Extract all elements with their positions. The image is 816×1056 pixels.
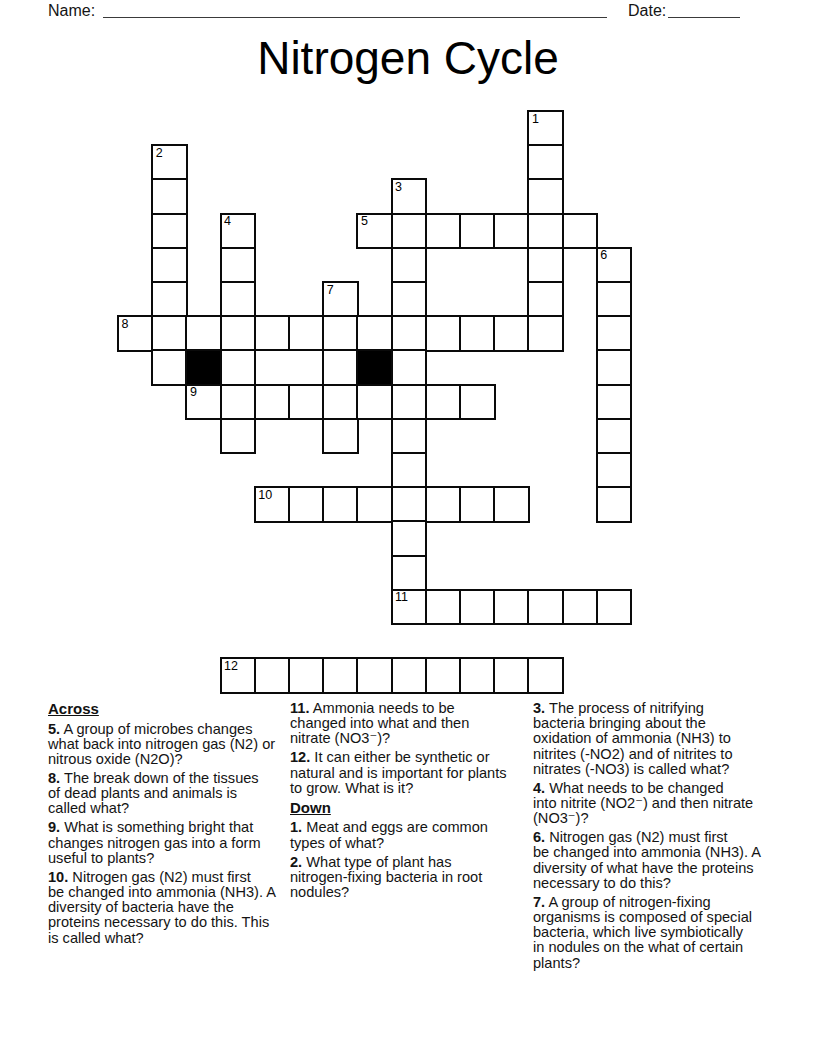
worksheet-page: Name: Date: Nitrogen Cycle 1234567891011… bbox=[0, 0, 816, 1056]
clue-number: 6 bbox=[600, 249, 607, 262]
grid-cell[interactable] bbox=[527, 247, 564, 284]
clue-text: The process of nitrifying bacteria bring… bbox=[533, 700, 733, 777]
grid-cell[interactable] bbox=[151, 213, 188, 250]
clue-text: A group of microbes changes what back in… bbox=[48, 721, 275, 767]
grid-cell[interactable] bbox=[527, 315, 564, 352]
grid-cell[interactable] bbox=[151, 247, 188, 284]
grid-cell[interactable] bbox=[151, 315, 188, 352]
grid-cell[interactable] bbox=[425, 486, 462, 523]
grid-cell[interactable]: 3 bbox=[391, 178, 428, 215]
clue-number-label: 12. bbox=[290, 749, 310, 765]
clue-number-label: 3. bbox=[533, 700, 545, 716]
date-input-line[interactable] bbox=[668, 17, 740, 18]
grid-cell[interactable] bbox=[391, 555, 428, 592]
clue-text: The break down of the tissues of dead pl… bbox=[48, 770, 259, 816]
clue-number: 2 bbox=[156, 147, 163, 160]
grid-cell-black bbox=[356, 349, 393, 386]
clue-a9: 9. What is something bright that changes… bbox=[48, 820, 294, 866]
grid-cell[interactable] bbox=[459, 213, 496, 250]
clues-column-3: 3. The process of nitrifying bacteria br… bbox=[533, 701, 779, 975]
clue-number: 1 bbox=[532, 113, 539, 126]
grid-cell[interactable] bbox=[425, 589, 462, 626]
clue-a12: 12. It can either be synthetic or natura… bbox=[290, 750, 536, 796]
grid-cell[interactable]: 12 bbox=[220, 657, 257, 694]
grid-cell[interactable] bbox=[459, 384, 496, 421]
grid-cell-black bbox=[185, 349, 222, 386]
clue-text: What type of plant has nitrogen-fixing b… bbox=[290, 854, 482, 900]
grid-cell[interactable] bbox=[220, 349, 257, 386]
grid-cell[interactable] bbox=[220, 315, 257, 352]
grid-cell[interactable] bbox=[254, 315, 291, 352]
clue-number: 12 bbox=[224, 660, 238, 673]
across-header: Across bbox=[48, 701, 294, 717]
grid-cell[interactable] bbox=[322, 315, 359, 352]
grid-cell[interactable] bbox=[288, 657, 325, 694]
grid-cell[interactable] bbox=[322, 657, 359, 694]
clue-text: Meat and eggs are common types of what? bbox=[290, 819, 488, 850]
clue-text: It can either be synthetic or natural an… bbox=[290, 749, 507, 795]
grid-cell[interactable] bbox=[562, 213, 599, 250]
grid-cell[interactable] bbox=[459, 589, 496, 626]
grid-cell[interactable]: 9 bbox=[185, 384, 222, 421]
grid-cell[interactable] bbox=[288, 486, 325, 523]
grid-cell[interactable]: 1 bbox=[527, 110, 564, 147]
grid-cell[interactable] bbox=[596, 315, 633, 352]
grid-cell[interactable] bbox=[527, 178, 564, 215]
grid-cell[interactable]: 5 bbox=[356, 213, 393, 250]
grid-cell[interactable] bbox=[151, 178, 188, 215]
clue-number-label: 8. bbox=[48, 770, 60, 786]
grid-cell[interactable] bbox=[391, 315, 428, 352]
grid-cell[interactable] bbox=[596, 452, 633, 489]
grid-cell[interactable]: 4 bbox=[220, 213, 257, 250]
grid-cell[interactable]: 2 bbox=[151, 144, 188, 181]
clue-d3: 3. The process of nitrifying bacteria br… bbox=[533, 701, 779, 777]
grid-cell[interactable] bbox=[562, 589, 599, 626]
grid-cell[interactable] bbox=[391, 281, 428, 318]
grid-cell[interactable] bbox=[391, 657, 428, 694]
grid-cell[interactable] bbox=[459, 315, 496, 352]
clue-d4: 4. What needs to be changed into nitrite… bbox=[533, 781, 779, 827]
grid-cell[interactable] bbox=[391, 349, 428, 386]
grid-cell[interactable] bbox=[596, 281, 633, 318]
grid-cell[interactable] bbox=[391, 384, 428, 421]
grid-cell[interactable] bbox=[391, 247, 428, 284]
grid-cell[interactable] bbox=[425, 213, 462, 250]
grid-cell[interactable] bbox=[185, 315, 222, 352]
grid-cell[interactable] bbox=[151, 349, 188, 386]
grid-cell[interactable] bbox=[459, 657, 496, 694]
grid-cell[interactable] bbox=[254, 657, 291, 694]
clue-d1: 1. Meat and eggs are common types of wha… bbox=[290, 820, 536, 850]
grid-cell[interactable] bbox=[493, 589, 530, 626]
grid-cell[interactable] bbox=[527, 213, 564, 250]
clue-d7: 7. A group of nitrogen-fixing organisms … bbox=[533, 895, 779, 971]
clue-number: 10 bbox=[258, 489, 272, 502]
grid-cell[interactable] bbox=[527, 281, 564, 318]
clue-number-label: 7. bbox=[533, 894, 545, 910]
clues-column-2: 11. Ammonia needs to be changed into wha… bbox=[290, 701, 536, 904]
clue-a5: 5. A group of microbes changes what back… bbox=[48, 722, 294, 768]
clue-number: 3 bbox=[395, 181, 402, 194]
grid-cell[interactable]: 6 bbox=[596, 247, 633, 284]
clue-number-label: 9. bbox=[48, 819, 60, 835]
clue-d6: 6. Nitrogen gas (N2) must first be chang… bbox=[533, 830, 779, 891]
clue-text: What is something bright that changes ni… bbox=[48, 819, 261, 865]
down-header: Down bbox=[290, 800, 536, 816]
grid-cell[interactable]: 11 bbox=[391, 589, 428, 626]
clues-column-1: Across5. A group of microbes changes wha… bbox=[48, 701, 294, 950]
grid-cell[interactable] bbox=[391, 452, 428, 489]
grid-cell[interactable] bbox=[527, 144, 564, 181]
grid-cell[interactable] bbox=[220, 418, 257, 455]
grid-cell[interactable] bbox=[459, 486, 496, 523]
grid-cell[interactable] bbox=[391, 520, 428, 557]
grid-cell[interactable] bbox=[493, 657, 530, 694]
grid-cell[interactable] bbox=[425, 315, 462, 352]
puzzle-title: Nitrogen Cycle bbox=[0, 31, 816, 85]
clue-d2: 2. What type of plant has nitrogen-fixin… bbox=[290, 855, 536, 901]
grid-cell[interactable] bbox=[527, 589, 564, 626]
grid-cell[interactable]: 8 bbox=[117, 315, 154, 352]
grid-cell[interactable] bbox=[493, 486, 530, 523]
grid-cell[interactable] bbox=[425, 657, 462, 694]
grid-cell[interactable] bbox=[356, 384, 393, 421]
clue-number-label: 10. bbox=[48, 869, 68, 885]
grid-cell[interactable] bbox=[391, 486, 428, 523]
grid-cell[interactable] bbox=[425, 384, 462, 421]
grid-cell[interactable] bbox=[596, 486, 633, 523]
clue-number-label: 4. bbox=[533, 780, 545, 796]
grid-cell[interactable] bbox=[254, 384, 291, 421]
clue-text: What needs to be changed into nitrite (N… bbox=[533, 780, 753, 826]
clue-number: 4 bbox=[224, 215, 231, 228]
grid-cell[interactable] bbox=[322, 349, 359, 386]
clue-text: Ammonia needs to be changed into what an… bbox=[290, 700, 469, 746]
grid-cell[interactable] bbox=[391, 213, 428, 250]
clue-number: 8 bbox=[122, 318, 129, 331]
grid-cell[interactable] bbox=[596, 418, 633, 455]
grid-cell[interactable] bbox=[220, 281, 257, 318]
clue-number-label: 5. bbox=[48, 721, 60, 737]
grid-cell[interactable] bbox=[288, 384, 325, 421]
clue-number-label: 2. bbox=[290, 854, 302, 870]
grid-cell[interactable] bbox=[254, 349, 325, 386]
clue-text: Nitrogen gas (N2) must first be changed … bbox=[533, 829, 761, 891]
clue-number: 7 bbox=[327, 284, 334, 297]
clue-a11: 11. Ammonia needs to be changed into wha… bbox=[290, 701, 536, 747]
grid-cell[interactable] bbox=[356, 657, 393, 694]
crossword-grid: 123456789101112 bbox=[117, 110, 633, 695]
grid-cell[interactable] bbox=[322, 486, 359, 523]
grid-cell[interactable] bbox=[151, 281, 188, 318]
grid-cell[interactable] bbox=[596, 384, 633, 421]
grid-cell[interactable] bbox=[356, 315, 393, 352]
clue-number: 9 bbox=[190, 386, 197, 399]
grid-cell[interactable]: 7 bbox=[322, 281, 359, 318]
clue-number: 11 bbox=[395, 591, 408, 604]
clue-number-label: 1. bbox=[290, 819, 302, 835]
date-label: Date: bbox=[628, 2, 666, 20]
clue-number: 5 bbox=[361, 215, 368, 228]
grid-cell[interactable] bbox=[356, 486, 393, 523]
name-label: Name: bbox=[48, 2, 95, 20]
grid-cell[interactable] bbox=[596, 589, 633, 626]
grid-cell[interactable]: 10 bbox=[254, 486, 291, 523]
grid-cell[interactable] bbox=[288, 315, 325, 352]
clue-a10: 10. Nitrogen gas (N2) must first be chan… bbox=[48, 870, 294, 946]
grid-cell[interactable] bbox=[527, 657, 564, 694]
clue-text: A group of nitrogen-fixing organisms is … bbox=[533, 894, 752, 971]
grid-cell[interactable] bbox=[220, 247, 257, 284]
clue-text: Nitrogen gas (N2) must first be changed … bbox=[48, 869, 276, 946]
grid-cell[interactable] bbox=[391, 418, 428, 455]
clue-number-label: 6. bbox=[533, 829, 545, 845]
clue-number-label: 11. bbox=[290, 700, 309, 716]
grid-cell[interactable] bbox=[322, 384, 359, 421]
name-input-line[interactable] bbox=[103, 17, 607, 18]
grid-cell[interactable] bbox=[493, 213, 530, 250]
grid-cell[interactable] bbox=[322, 418, 359, 455]
grid-cell[interactable] bbox=[220, 384, 257, 421]
grid-cell[interactable] bbox=[493, 315, 530, 352]
grid-cell[interactable] bbox=[596, 349, 633, 386]
clue-a8: 8. The break down of the tissues of dead… bbox=[48, 771, 294, 817]
